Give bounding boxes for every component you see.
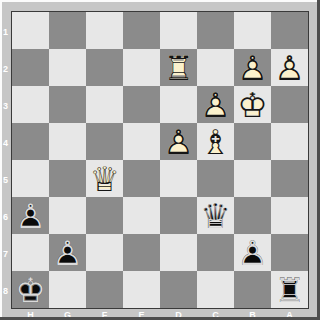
white-queen-glyph-outline: ♕ bbox=[86, 160, 123, 197]
square-g2[interactable] bbox=[49, 49, 86, 86]
square-c6[interactable]: ♛♕ bbox=[197, 197, 234, 234]
square-f6[interactable] bbox=[86, 197, 123, 234]
black-queen[interactable]: ♛♕ bbox=[197, 197, 234, 234]
square-a2[interactable]: ♟♙ bbox=[271, 49, 308, 86]
white-pawn[interactable]: ♟♙ bbox=[271, 49, 308, 86]
square-b7[interactable]: ♟♙ bbox=[234, 234, 271, 271]
frame-highlight-left bbox=[0, 0, 2, 320]
black-queen-glyph-outline: ♕ bbox=[197, 197, 234, 234]
square-e5[interactable] bbox=[123, 160, 160, 197]
square-d6[interactable] bbox=[160, 197, 197, 234]
square-e8[interactable] bbox=[123, 271, 160, 308]
white-king-glyph-outline: ♔ bbox=[234, 86, 271, 123]
white-pawn[interactable]: ♟♙ bbox=[197, 86, 234, 123]
white-rook[interactable]: ♜♖ bbox=[160, 49, 197, 86]
square-f8[interactable] bbox=[86, 271, 123, 308]
square-e4[interactable] bbox=[123, 123, 160, 160]
chess-board: ♜♖♟♙♟♙♟♙♚♔♟♙♝♗♛♕♟♙♛♕♟♙♟♙♚♔♜♖ bbox=[11, 11, 309, 309]
frame-highlight-top bbox=[0, 0, 320, 2]
square-d5[interactable] bbox=[160, 160, 197, 197]
square-b8[interactable] bbox=[234, 271, 271, 308]
square-f5[interactable]: ♛♕ bbox=[86, 160, 123, 197]
square-g5[interactable] bbox=[49, 160, 86, 197]
black-king-glyph-outline: ♔ bbox=[12, 271, 49, 308]
black-rook-glyph-outline: ♖ bbox=[271, 271, 308, 308]
square-a7[interactable] bbox=[271, 234, 308, 271]
white-pawn[interactable]: ♟♙ bbox=[160, 123, 197, 160]
square-g4[interactable] bbox=[49, 123, 86, 160]
white-pawn-glyph-outline: ♙ bbox=[234, 49, 271, 86]
square-d7[interactable] bbox=[160, 234, 197, 271]
square-c4[interactable]: ♝♗ bbox=[197, 123, 234, 160]
square-e1[interactable] bbox=[123, 12, 160, 49]
square-h8[interactable]: ♚♔ bbox=[12, 271, 49, 308]
white-rook-glyph-outline: ♖ bbox=[160, 49, 197, 86]
square-g3[interactable] bbox=[49, 86, 86, 123]
square-h7[interactable] bbox=[12, 234, 49, 271]
square-g1[interactable] bbox=[49, 12, 86, 49]
square-b1[interactable] bbox=[234, 12, 271, 49]
square-a3[interactable] bbox=[271, 86, 308, 123]
square-h6[interactable]: ♟♙ bbox=[12, 197, 49, 234]
black-pawn[interactable]: ♟♙ bbox=[49, 234, 86, 271]
white-pawn-glyph-outline: ♙ bbox=[160, 123, 197, 160]
square-g7[interactable]: ♟♙ bbox=[49, 234, 86, 271]
white-pawn-glyph-outline: ♙ bbox=[197, 86, 234, 123]
square-a6[interactable] bbox=[271, 197, 308, 234]
square-e2[interactable] bbox=[123, 49, 160, 86]
square-a5[interactable] bbox=[271, 160, 308, 197]
square-b2[interactable]: ♟♙ bbox=[234, 49, 271, 86]
white-queen[interactable]: ♛♕ bbox=[86, 160, 123, 197]
square-d2[interactable]: ♜♖ bbox=[160, 49, 197, 86]
white-king[interactable]: ♚♔ bbox=[234, 86, 271, 123]
square-g8[interactable] bbox=[49, 271, 86, 308]
square-h4[interactable] bbox=[12, 123, 49, 160]
square-c2[interactable] bbox=[197, 49, 234, 86]
square-f7[interactable] bbox=[86, 234, 123, 271]
square-c3[interactable]: ♟♙ bbox=[197, 86, 234, 123]
square-e6[interactable] bbox=[123, 197, 160, 234]
square-f1[interactable] bbox=[86, 12, 123, 49]
square-b6[interactable] bbox=[234, 197, 271, 234]
square-h3[interactable] bbox=[12, 86, 49, 123]
square-a8[interactable]: ♜♖ bbox=[271, 271, 308, 308]
square-h5[interactable] bbox=[12, 160, 49, 197]
black-pawn[interactable]: ♟♙ bbox=[12, 197, 49, 234]
square-f4[interactable] bbox=[86, 123, 123, 160]
square-b3[interactable]: ♚♔ bbox=[234, 86, 271, 123]
square-e7[interactable] bbox=[123, 234, 160, 271]
square-c1[interactable] bbox=[197, 12, 234, 49]
square-d8[interactable] bbox=[160, 271, 197, 308]
square-c8[interactable] bbox=[197, 271, 234, 308]
chess-diagram-frame: ♜♖♟♙♟♙♟♙♚♔♟♙♝♗♛♕♟♙♛♕♟♙♟♙♚♔♜♖ 12345678HGF… bbox=[0, 0, 320, 320]
black-king[interactable]: ♚♔ bbox=[12, 271, 49, 308]
white-bishop[interactable]: ♝♗ bbox=[197, 123, 234, 160]
square-g6[interactable] bbox=[49, 197, 86, 234]
black-pawn-glyph-outline: ♙ bbox=[12, 197, 49, 234]
square-h2[interactable] bbox=[12, 49, 49, 86]
square-e3[interactable] bbox=[123, 86, 160, 123]
square-c5[interactable] bbox=[197, 160, 234, 197]
square-b5[interactable] bbox=[234, 160, 271, 197]
black-rook[interactable]: ♜♖ bbox=[271, 271, 308, 308]
square-f2[interactable] bbox=[86, 49, 123, 86]
square-d4[interactable]: ♟♙ bbox=[160, 123, 197, 160]
white-pawn-glyph-outline: ♙ bbox=[271, 49, 308, 86]
black-pawn[interactable]: ♟♙ bbox=[234, 234, 271, 271]
black-pawn-glyph-outline: ♙ bbox=[49, 234, 86, 271]
black-pawn-glyph-outline: ♙ bbox=[234, 234, 271, 271]
square-h1[interactable] bbox=[12, 12, 49, 49]
square-a1[interactable] bbox=[271, 12, 308, 49]
white-pawn[interactable]: ♟♙ bbox=[234, 49, 271, 86]
square-f3[interactable] bbox=[86, 86, 123, 123]
square-d1[interactable] bbox=[160, 12, 197, 49]
square-b4[interactable] bbox=[234, 123, 271, 160]
square-c7[interactable] bbox=[197, 234, 234, 271]
square-d3[interactable] bbox=[160, 86, 197, 123]
square-a4[interactable] bbox=[271, 123, 308, 160]
white-bishop-glyph-outline: ♗ bbox=[197, 123, 234, 160]
